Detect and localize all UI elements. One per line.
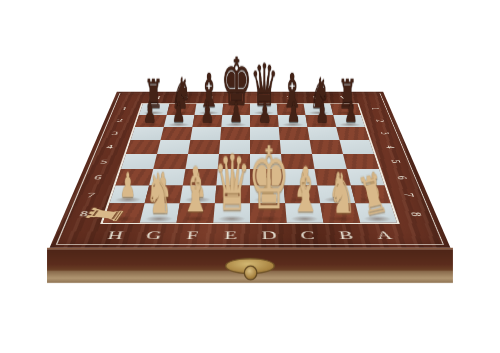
brass-clasp	[225, 258, 275, 286]
box-front-face	[47, 248, 453, 283]
light-knight-b8: ♞	[328, 167, 355, 222]
rank-label-6: 6	[76, 169, 119, 186]
chess-board: ♜♞♝♚♛♝♞♜♟♟♟♟♟♟♟♟♟♟♟♟♟♟♟♟♜♞♝♛♚♝♞♜ HGFEDCB…	[50, 92, 451, 248]
square-d8: ♚	[250, 203, 287, 222]
light-queen-e8: ♛	[213, 145, 250, 222]
square-g8: ♞	[140, 203, 180, 222]
light-knight-g8: ♞	[145, 167, 172, 222]
square-h7: ♟	[110, 185, 150, 203]
light-bishop-c8: ♝	[290, 161, 320, 223]
rank-label-7: 7	[68, 186, 113, 204]
perspective-scene: ♜♞♝♚♛♝♞♜♟♟♟♟♟♟♟♟♟♟♟♟♟♟♟♟♜♞♝♛♚♝♞♜ HGFEDCB…	[0, 0, 500, 353]
square-h8: ♜	[103, 203, 145, 222]
square-a8: ♜	[355, 203, 397, 222]
rank-label-r-7: 7	[388, 185, 431, 205]
square-c8: ♝	[285, 203, 323, 222]
rank-label-r-5: 5	[377, 153, 416, 170]
square-e8: ♛	[213, 203, 250, 222]
light-bishop-f8: ♝	[180, 161, 210, 223]
rank-label-r-6: 6	[382, 169, 422, 187]
square-f8: ♝	[177, 203, 215, 222]
square-b8: ♞	[320, 203, 360, 222]
light-king-d8: ♚	[248, 136, 290, 222]
rank-label-5: 5	[83, 154, 124, 169]
light-pawn-h7: ♟	[119, 169, 135, 203]
clasp-knob	[243, 265, 257, 280]
product-photo-stage: ♜♞♝♚♛♝♞♜♟♟♟♟♟♟♟♟♟♟♟♟♟♟♟♟♜♞♝♛♚♝♞♜ HGFEDCB…	[0, 0, 500, 353]
